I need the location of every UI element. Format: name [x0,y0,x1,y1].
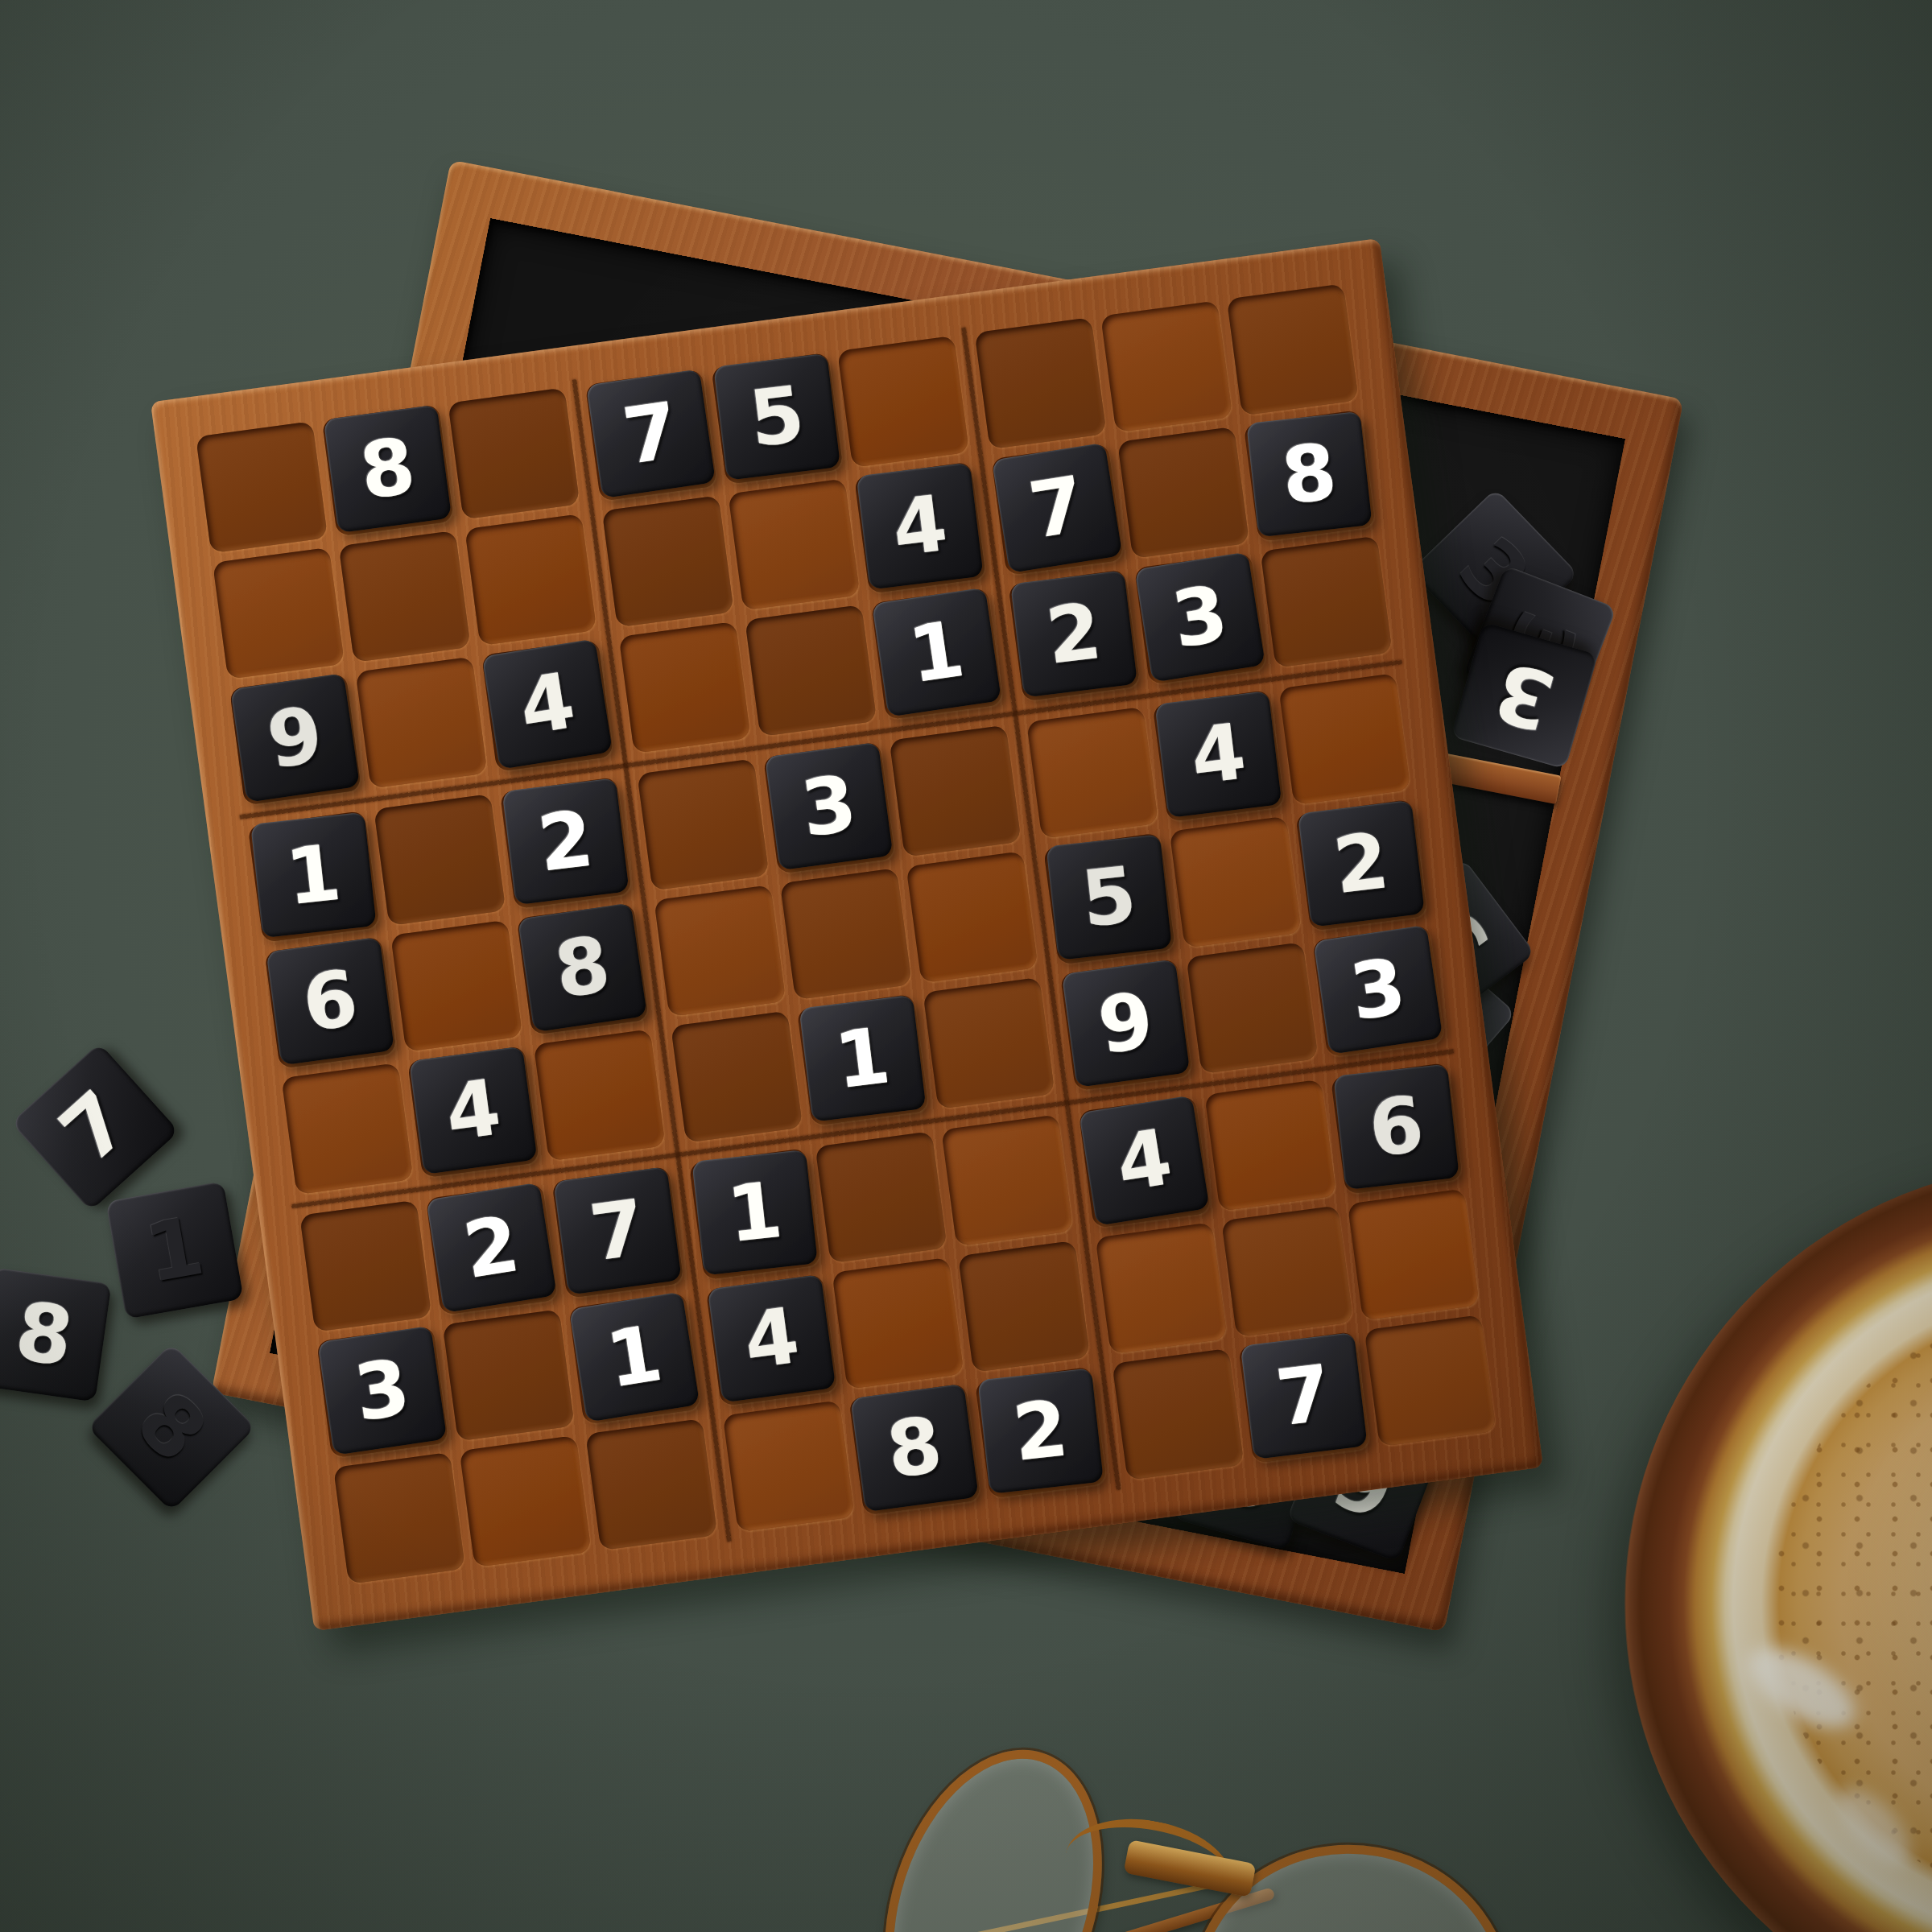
cell-r6c9[interactable]: 3 [1312,925,1444,1057]
cell-r7c2[interactable]: 2 [426,1183,558,1315]
tile-r2c6[interactable]: 4 [857,463,984,590]
cell-r6c2[interactable]: 4 [407,1046,539,1178]
cell-r8c7[interactable] [1096,1222,1228,1354]
cell-r3c4[interactable] [619,621,751,753]
cell-r5c5[interactable] [780,868,912,1000]
tile-r4c5[interactable]: 3 [765,742,894,871]
tile-r1c5[interactable]: 5 [713,353,840,481]
cell-r2c9[interactable]: 8 [1244,410,1376,542]
cell-r8c6[interactable] [958,1241,1090,1373]
tile-number: 2 [535,800,597,883]
tile-r2c9[interactable]: 8 [1246,411,1373,538]
tile-number: 9 [1094,981,1158,1065]
cell-r3c1[interactable]: 9 [229,673,361,805]
cell-r9c8[interactable]: 7 [1238,1331,1370,1463]
tile-number: 7 [619,391,683,476]
tile-number: 8 [883,1406,947,1489]
cell-r2c7[interactable]: 7 [991,444,1123,576]
cell-r8c1[interactable]: 3 [316,1326,448,1458]
cell-r4c7[interactable] [1026,707,1158,839]
cell-r8c5[interactable] [832,1257,964,1389]
tile-r3c8[interactable]: 3 [1134,551,1265,682]
cell-r9c1[interactable] [333,1452,465,1584]
cell-r4c3[interactable]: 2 [500,777,632,909]
tile-r3c7[interactable]: 2 [1010,570,1137,697]
cell-r6c7[interactable]: 9 [1060,959,1192,1091]
tile-r3c3[interactable]: 4 [482,638,613,769]
tile-r5c9[interactable]: 2 [1298,800,1425,927]
cell-r3c5[interactable] [745,605,877,737]
cell-r7c6[interactable] [941,1114,1073,1246]
cell-r5c2[interactable] [390,920,522,1052]
tile-r1c2[interactable]: 8 [324,405,452,534]
tile-r3c6[interactable]: 1 [872,588,1001,717]
tile-number: 8 [356,427,419,510]
tile-number: 8 [123,1379,220,1476]
tile-r6c2[interactable]: 4 [409,1046,538,1175]
tile-r8c3[interactable]: 1 [569,1291,700,1422]
tile-r6c9[interactable]: 3 [1313,925,1443,1055]
cell-r3c6[interactable]: 1 [871,588,1003,720]
cell-r8c3[interactable]: 1 [568,1292,700,1424]
sudoku-grid: 8947541782312684314529327311482467 [196,283,1496,1584]
cell-r6c8[interactable] [1186,942,1318,1074]
cell-r6c6[interactable] [923,977,1055,1109]
cell-r8c8[interactable] [1221,1205,1353,1337]
cell-r7c7[interactable]: 4 [1079,1096,1211,1228]
tile-number: 1 [140,1206,209,1295]
cell-r4c6[interactable] [890,725,1022,857]
cell-r5c9[interactable]: 2 [1295,799,1427,931]
loose-tile-1[interactable]: 1 [105,1181,243,1319]
cell-r5c3[interactable]: 8 [517,903,649,1035]
cell-r9c3[interactable] [585,1418,717,1550]
cell-r4c1[interactable]: 1 [248,811,380,943]
cell-r1c2[interactable]: 8 [322,404,454,536]
box-r1c1: 894 [196,387,613,805]
cell-r5c7[interactable]: 5 [1043,832,1175,964]
tile-number: 7 [1273,1354,1335,1437]
loose-tile-8[interactable]: 8 [0,1267,112,1402]
cell-r1c3[interactable] [448,387,580,519]
tile-number: 1 [832,1017,894,1100]
cell-r2c4[interactable] [602,495,734,627]
cell-r8c2[interactable] [443,1309,575,1441]
cell-r6c5[interactable]: 1 [797,994,929,1126]
sudoku-board: 8947541782312684314529327311482467 [151,238,1543,1631]
tile-number: 2 [459,1205,524,1290]
tile-r7c2[interactable]: 2 [426,1183,556,1313]
coffee-cup [1624,1161,1932,1932]
cell-r7c1[interactable] [299,1200,431,1332]
tile-number: 4 [441,1068,505,1152]
cell-r5c6[interactable] [906,851,1038,983]
cell-r6c1[interactable] [281,1063,413,1195]
cell-r1c9[interactable] [1227,283,1359,415]
cell-r4c2[interactable] [374,794,506,926]
box-r1c3: 7823 [975,283,1393,701]
tile-number: 7 [47,1079,143,1176]
cell-r2c5[interactable] [728,478,860,610]
cell-r2c6[interactable]: 4 [854,462,986,594]
cell-r4c8[interactable]: 4 [1153,690,1285,822]
tile-r7c4[interactable]: 1 [691,1150,818,1276]
tile-number: 2 [1330,822,1393,905]
cell-r9c2[interactable] [460,1435,592,1567]
cell-r9c5[interactable]: 8 [848,1383,980,1515]
tile-r3c1[interactable]: 9 [230,673,360,803]
cell-r4c9[interactable] [1278,673,1410,805]
tile-number: 1 [602,1315,667,1399]
tile-number: 9 [263,696,328,780]
cell-r3c8[interactable]: 3 [1134,552,1266,684]
cell-r1c5[interactable]: 5 [711,353,843,485]
tile-r7c3[interactable]: 7 [553,1166,682,1295]
cell-r1c7[interactable] [975,317,1107,449]
tile-r9c6[interactable]: 2 [977,1368,1104,1494]
cell-r9c4[interactable] [723,1400,855,1532]
cell-r2c1[interactable] [213,547,345,679]
cell-r7c8[interactable] [1204,1080,1336,1212]
tile-number: 8 [11,1291,78,1379]
box-r1c2: 7541 [585,336,1003,753]
tile-r8c4[interactable]: 4 [708,1274,836,1403]
tile-r6c7[interactable]: 9 [1062,959,1191,1088]
tile-r2c7[interactable]: 7 [992,443,1122,573]
tile-r4c3[interactable]: 2 [502,778,630,905]
tile-number: 4 [1112,1118,1177,1203]
tile-number: 2 [1009,1389,1071,1472]
box-r2c3: 45293 [1026,673,1444,1091]
box-r3c3: 467 [1079,1063,1496,1480]
box-r3c1: 2731 [299,1166,717,1584]
cell-r1c6[interactable] [837,336,969,468]
cell-r2c3[interactable] [464,514,597,646]
tile-number: 4 [740,1297,803,1381]
cell-r7c5[interactable] [815,1131,947,1263]
tile-number: 4 [514,662,580,746]
box-r2c1: 12684 [248,777,666,1195]
tile-number: 3 [350,1348,415,1433]
cell-r4c5[interactable]: 3 [763,742,895,874]
cell-r5c1[interactable]: 6 [265,937,397,1069]
cell-r1c4[interactable]: 7 [585,369,717,502]
cell-r9c7[interactable] [1112,1348,1244,1480]
cell-r7c4[interactable]: 1 [689,1148,821,1280]
tile-r1c4[interactable]: 7 [586,369,716,498]
cell-r3c2[interactable] [356,657,488,789]
tile-r9c5[interactable]: 8 [850,1384,979,1513]
cell-r3c7[interactable]: 2 [1008,569,1140,701]
tile-number: 8 [551,925,615,1009]
tile-number: 7 [586,1189,650,1273]
scene: 33366689 8947541782312684314529327311482… [0,0,1932,1932]
cell-r9c9[interactable] [1364,1315,1496,1447]
tile-number: 3 [1486,650,1562,742]
tile-number: 7 [1025,465,1090,550]
cell-r3c9[interactable] [1261,536,1393,668]
tile-number: 3 [797,765,861,848]
tile-number: 1 [283,834,345,917]
cell-r5c8[interactable] [1170,816,1302,948]
cell-r7c3[interactable]: 7 [551,1166,683,1298]
cell-r6c4[interactable] [671,1011,803,1143]
cell-r3c3[interactable]: 4 [481,640,613,772]
tile-r5c1[interactable]: 6 [266,937,395,1066]
cell-r8c4[interactable]: 4 [706,1274,838,1406]
cell-r5c4[interactable] [654,885,786,1017]
tile-number: 3 [1346,947,1410,1032]
tile-number: 8 [1278,433,1340,516]
cell-r7c9[interactable]: 6 [1331,1063,1463,1195]
box-r3c2: 1482 [689,1114,1107,1532]
cell-r9c6[interactable]: 2 [975,1367,1107,1499]
tile-number: 4 [889,485,952,568]
loose-tile-7[interactable]: 7 [10,1042,179,1211]
cell-r8c9[interactable] [1348,1188,1480,1320]
tile-number: 1 [724,1171,786,1254]
tile-r4c8[interactable]: 4 [1154,691,1282,818]
tile-number: 5 [745,375,808,458]
tile-r6c5[interactable]: 1 [799,995,926,1122]
tile-r8c1[interactable]: 3 [317,1326,447,1455]
tile-number: 1 [905,610,969,695]
cell-r1c1[interactable] [196,421,328,553]
tile-r5c3[interactable]: 8 [518,902,647,1032]
tile-number: 2 [1042,592,1105,675]
box-r2c2: 31 [637,725,1055,1143]
tile-number: 6 [299,960,362,1043]
tile-r9c8[interactable]: 7 [1241,1332,1368,1459]
cell-r2c8[interactable] [1117,427,1249,559]
tile-number: 6 [1365,1085,1427,1168]
cell-r2c2[interactable] [339,530,471,663]
tile-r7c7[interactable]: 4 [1079,1095,1209,1225]
tile-number: 3 [1167,575,1232,659]
cell-r1c8[interactable] [1100,300,1232,432]
tile-r4c1[interactable]: 1 [250,812,377,939]
tile-number: 5 [1078,856,1140,939]
cell-r4c4[interactable] [637,758,769,890]
tile-number: 4 [1187,712,1249,795]
tile-r5c7[interactable]: 5 [1046,834,1172,960]
cell-r6c3[interactable] [534,1029,666,1161]
tile-r7c9[interactable]: 6 [1333,1064,1459,1191]
